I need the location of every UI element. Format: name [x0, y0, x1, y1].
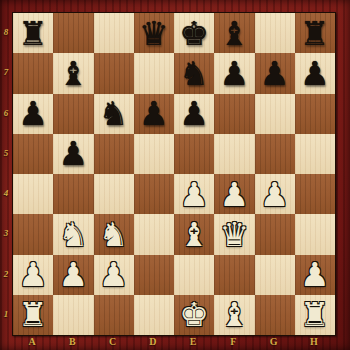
square-f7[interactable]: ♟	[214, 53, 254, 93]
square-b2[interactable]: ♟	[53, 255, 93, 295]
square-a4[interactable]	[13, 174, 53, 214]
square-g5[interactable]	[255, 134, 295, 174]
white-pawn-f4[interactable]: ♟	[220, 178, 250, 211]
square-e6[interactable]: ♟	[174, 94, 214, 134]
square-f3[interactable]: ♛	[214, 214, 254, 254]
square-d6[interactable]: ♟	[134, 94, 174, 134]
black-pawn-a6[interactable]: ♟	[18, 97, 48, 130]
rank-label-3: 3	[0, 213, 12, 253]
black-bishop-f8[interactable]: ♝	[220, 17, 250, 50]
chess-board: ♜♛♚♝♜♝♞♟♟♟♟♞♟♟♟♟♟♟♞♞♝♛♟♟♟♟♜♚♝♜	[12, 12, 336, 336]
square-h1[interactable]: ♜	[295, 295, 335, 335]
square-c6[interactable]: ♞	[94, 94, 134, 134]
rank-label-7: 7	[0, 52, 12, 92]
white-knight-c3[interactable]: ♞	[99, 218, 129, 251]
square-f1[interactable]: ♝	[214, 295, 254, 335]
square-c5[interactable]	[94, 134, 134, 174]
white-rook-h1[interactable]: ♜	[300, 298, 330, 331]
square-c7[interactable]	[94, 53, 134, 93]
black-pawn-b5[interactable]: ♟	[59, 137, 89, 170]
white-pawn-h2[interactable]: ♟	[300, 258, 330, 291]
white-pawn-a2[interactable]: ♟	[18, 258, 48, 291]
square-e7[interactable]: ♞	[174, 53, 214, 93]
square-g6[interactable]	[255, 94, 295, 134]
square-h8[interactable]: ♜	[295, 13, 335, 53]
file-label-e: E	[173, 334, 213, 349]
square-d3[interactable]	[134, 214, 174, 254]
square-g4[interactable]: ♟	[255, 174, 295, 214]
square-c4[interactable]	[94, 174, 134, 214]
rank-label-1: 1	[0, 294, 12, 334]
rank-label-6: 6	[0, 93, 12, 133]
rank-label-5: 5	[0, 133, 12, 173]
square-d7[interactable]	[134, 53, 174, 93]
square-f5[interactable]	[214, 134, 254, 174]
square-b8[interactable]	[53, 13, 93, 53]
chess-board-frame: 87654321 ♜♛♚♝♜♝♞♟♟♟♟♞♟♟♟♟♟♟♞♞♝♛♟♟♟♟♜♚♝♜ …	[0, 0, 350, 350]
square-f4[interactable]: ♟	[214, 174, 254, 214]
white-king-e1[interactable]: ♚	[179, 298, 209, 331]
square-e2[interactable]	[174, 255, 214, 295]
square-g7[interactable]: ♟	[255, 53, 295, 93]
black-pawn-h7[interactable]: ♟	[300, 57, 330, 90]
square-h5[interactable]	[295, 134, 335, 174]
black-rook-h8[interactable]: ♜	[300, 17, 330, 50]
file-labels: ABCDEFGH	[12, 334, 334, 349]
black-knight-e7[interactable]: ♞	[179, 57, 209, 90]
square-a7[interactable]	[13, 53, 53, 93]
rank-labels: 87654321	[0, 12, 12, 334]
white-rook-a1[interactable]: ♜	[18, 298, 48, 331]
white-queen-f3[interactable]: ♛	[220, 218, 250, 251]
file-label-f: F	[213, 334, 253, 349]
white-knight-b3[interactable]: ♞	[59, 218, 89, 251]
white-bishop-f1[interactable]: ♝	[220, 298, 250, 331]
rank-label-2: 2	[0, 254, 12, 294]
black-rook-a8[interactable]: ♜	[18, 17, 48, 50]
black-knight-c6[interactable]: ♞	[99, 97, 129, 130]
square-d1[interactable]	[134, 295, 174, 335]
square-f6[interactable]	[214, 94, 254, 134]
black-pawn-f7[interactable]: ♟	[220, 57, 250, 90]
white-pawn-b2[interactable]: ♟	[59, 258, 89, 291]
square-b7[interactable]: ♝	[53, 53, 93, 93]
square-h2[interactable]: ♟	[295, 255, 335, 295]
square-e5[interactable]	[174, 134, 214, 174]
square-a6[interactable]: ♟	[13, 94, 53, 134]
square-d8[interactable]: ♛	[134, 13, 174, 53]
square-g8[interactable]	[255, 13, 295, 53]
square-g3[interactable]	[255, 214, 295, 254]
black-bishop-b7[interactable]: ♝	[59, 57, 89, 90]
white-bishop-e3[interactable]: ♝	[179, 218, 209, 251]
square-b6[interactable]	[53, 94, 93, 134]
black-queen-d8[interactable]: ♛	[139, 17, 169, 50]
square-a8[interactable]: ♜	[13, 13, 53, 53]
square-b4[interactable]	[53, 174, 93, 214]
square-d5[interactable]	[134, 134, 174, 174]
square-h4[interactable]	[295, 174, 335, 214]
square-h6[interactable]	[295, 94, 335, 134]
file-label-h: H	[294, 334, 334, 349]
square-h3[interactable]	[295, 214, 335, 254]
square-a5[interactable]	[13, 134, 53, 174]
square-g1[interactable]	[255, 295, 295, 335]
black-king-e8[interactable]: ♚	[179, 17, 209, 50]
white-pawn-c2[interactable]: ♟	[99, 258, 129, 291]
file-label-b: B	[52, 334, 92, 349]
white-pawn-e4[interactable]: ♟	[179, 178, 209, 211]
square-c1[interactable]	[94, 295, 134, 335]
square-c8[interactable]	[94, 13, 134, 53]
square-f2[interactable]	[214, 255, 254, 295]
rank-label-8: 8	[0, 12, 12, 52]
black-pawn-g7[interactable]: ♟	[260, 57, 290, 90]
file-label-d: D	[133, 334, 173, 349]
square-b5[interactable]: ♟	[53, 134, 93, 174]
file-label-c: C	[93, 334, 133, 349]
square-e8[interactable]: ♚	[174, 13, 214, 53]
black-pawn-d6[interactable]: ♟	[139, 97, 169, 130]
square-c3[interactable]: ♞	[94, 214, 134, 254]
square-a3[interactable]	[13, 214, 53, 254]
file-label-a: A	[12, 334, 52, 349]
file-label-g: G	[254, 334, 294, 349]
square-a1[interactable]: ♜	[13, 295, 53, 335]
square-e3[interactable]: ♝	[174, 214, 214, 254]
black-pawn-e6[interactable]: ♟	[179, 97, 209, 130]
square-e4[interactable]: ♟	[174, 174, 214, 214]
square-d4[interactable]	[134, 174, 174, 214]
square-c2[interactable]: ♟	[94, 255, 134, 295]
square-b3[interactable]: ♞	[53, 214, 93, 254]
white-pawn-g4[interactable]: ♟	[260, 178, 290, 211]
square-h7[interactable]: ♟	[295, 53, 335, 93]
square-b1[interactable]	[53, 295, 93, 335]
square-d2[interactable]	[134, 255, 174, 295]
square-a2[interactable]: ♟	[13, 255, 53, 295]
square-e1[interactable]: ♚	[174, 295, 214, 335]
square-f8[interactable]: ♝	[214, 13, 254, 53]
rank-label-4: 4	[0, 173, 12, 213]
square-g2[interactable]	[255, 255, 295, 295]
